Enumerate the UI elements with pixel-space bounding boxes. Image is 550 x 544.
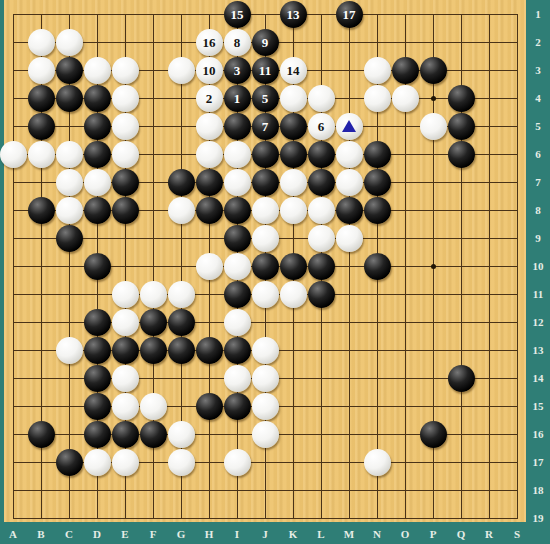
board-cell-F2[interactable] bbox=[139, 28, 167, 56]
board-cell-A8[interactable] bbox=[0, 196, 27, 224]
board-cell-M14[interactable] bbox=[335, 364, 363, 392]
board-cell-B1[interactable] bbox=[27, 0, 55, 28]
board-cell-B15[interactable] bbox=[27, 392, 55, 420]
board-cell-S11[interactable] bbox=[503, 280, 531, 308]
board-cell-G18[interactable] bbox=[167, 476, 195, 504]
board-cell-M12[interactable] bbox=[335, 308, 363, 336]
board-cell-G6[interactable] bbox=[167, 140, 195, 168]
board-cell-N8[interactable] bbox=[363, 196, 391, 224]
board-cell-O6[interactable] bbox=[391, 140, 419, 168]
board-cell-N6[interactable] bbox=[363, 140, 391, 168]
board-cell-I1[interactable]: 15 bbox=[223, 0, 251, 28]
board-cell-K3[interactable]: 14 bbox=[279, 56, 307, 84]
board-cell-A16[interactable] bbox=[0, 420, 27, 448]
board-cell-N12[interactable] bbox=[363, 308, 391, 336]
board-cell-H14[interactable] bbox=[195, 364, 223, 392]
board-cell-C4[interactable] bbox=[55, 84, 83, 112]
board-cell-I4[interactable]: 1 bbox=[223, 84, 251, 112]
board-cell-C7[interactable] bbox=[55, 168, 83, 196]
board-cell-O3[interactable] bbox=[391, 56, 419, 84]
board-cell-B13[interactable] bbox=[27, 336, 55, 364]
board-cell-L1[interactable] bbox=[307, 0, 335, 28]
board-cell-F18[interactable] bbox=[139, 476, 167, 504]
board-cell-G9[interactable] bbox=[167, 224, 195, 252]
board-cell-M4[interactable] bbox=[335, 84, 363, 112]
board-cell-H11[interactable] bbox=[195, 280, 223, 308]
board-cell-G8[interactable] bbox=[167, 196, 195, 224]
board-cell-A10[interactable] bbox=[0, 252, 27, 280]
board-cell-S13[interactable] bbox=[503, 336, 531, 364]
board-cell-R3[interactable] bbox=[475, 56, 503, 84]
board-cell-A15[interactable] bbox=[0, 392, 27, 420]
board-cell-J14[interactable] bbox=[251, 364, 279, 392]
board-cell-M13[interactable] bbox=[335, 336, 363, 364]
board-cell-G1[interactable] bbox=[167, 0, 195, 28]
board-cell-P2[interactable] bbox=[419, 28, 447, 56]
board-cell-I11[interactable] bbox=[223, 280, 251, 308]
board-cell-R11[interactable] bbox=[475, 280, 503, 308]
board-cell-A3[interactable] bbox=[0, 56, 27, 84]
board-cell-O2[interactable] bbox=[391, 28, 419, 56]
board-cell-C10[interactable] bbox=[55, 252, 83, 280]
board-cell-R7[interactable] bbox=[475, 168, 503, 196]
board-cell-F8[interactable] bbox=[139, 196, 167, 224]
board-cell-C13[interactable] bbox=[55, 336, 83, 364]
board-cell-N15[interactable] bbox=[363, 392, 391, 420]
board-cell-O1[interactable] bbox=[391, 0, 419, 28]
board-cell-S15[interactable] bbox=[503, 392, 531, 420]
board-cell-G15[interactable] bbox=[167, 392, 195, 420]
board-cell-P1[interactable] bbox=[419, 0, 447, 28]
board-cell-I6[interactable] bbox=[223, 140, 251, 168]
board-cell-S6[interactable] bbox=[503, 140, 531, 168]
board-cell-E3[interactable] bbox=[111, 56, 139, 84]
board-cell-D14[interactable] bbox=[83, 364, 111, 392]
board-cell-R14[interactable] bbox=[475, 364, 503, 392]
board-cell-Q8[interactable] bbox=[447, 196, 475, 224]
board-cell-J1[interactable] bbox=[251, 0, 279, 28]
board-cell-P9[interactable] bbox=[419, 224, 447, 252]
board-cell-K5[interactable] bbox=[279, 112, 307, 140]
board-cell-O13[interactable] bbox=[391, 336, 419, 364]
board-cell-O5[interactable] bbox=[391, 112, 419, 140]
board-cell-B17[interactable] bbox=[27, 448, 55, 476]
board-cell-E16[interactable] bbox=[111, 420, 139, 448]
board-cell-J2[interactable]: 9 bbox=[251, 28, 279, 56]
board-cell-H4[interactable]: 2 bbox=[195, 84, 223, 112]
board-cell-O11[interactable] bbox=[391, 280, 419, 308]
board-cell-K15[interactable] bbox=[279, 392, 307, 420]
board-cell-C12[interactable] bbox=[55, 308, 83, 336]
board-cell-S10[interactable] bbox=[503, 252, 531, 280]
board-cell-H7[interactable] bbox=[195, 168, 223, 196]
board-cell-B12[interactable] bbox=[27, 308, 55, 336]
board-cell-E13[interactable] bbox=[111, 336, 139, 364]
board-cell-I16[interactable] bbox=[223, 420, 251, 448]
board-cell-D12[interactable] bbox=[83, 308, 111, 336]
board-cell-D17[interactable] bbox=[83, 448, 111, 476]
board-cell-K4[interactable] bbox=[279, 84, 307, 112]
board-cell-I10[interactable] bbox=[223, 252, 251, 280]
board-cell-G4[interactable] bbox=[167, 84, 195, 112]
board-cell-N14[interactable] bbox=[363, 364, 391, 392]
board-cell-S7[interactable] bbox=[503, 168, 531, 196]
board-cell-P10[interactable] bbox=[419, 252, 447, 280]
board-cell-F11[interactable] bbox=[139, 280, 167, 308]
board-cell-Q7[interactable] bbox=[447, 168, 475, 196]
board-cell-R12[interactable] bbox=[475, 308, 503, 336]
board-cell-B11[interactable] bbox=[27, 280, 55, 308]
board-cell-M9[interactable] bbox=[335, 224, 363, 252]
board-cell-R10[interactable] bbox=[475, 252, 503, 280]
board-cell-L16[interactable] bbox=[307, 420, 335, 448]
board-cell-P14[interactable] bbox=[419, 364, 447, 392]
board-cell-J11[interactable] bbox=[251, 280, 279, 308]
board-cell-J4[interactable]: 5 bbox=[251, 84, 279, 112]
board-cell-P16[interactable] bbox=[419, 420, 447, 448]
board-cell-P12[interactable] bbox=[419, 308, 447, 336]
board-cell-G11[interactable] bbox=[167, 280, 195, 308]
board-cell-K2[interactable] bbox=[279, 28, 307, 56]
board-cell-M2[interactable] bbox=[335, 28, 363, 56]
board-cell-H2[interactable]: 16 bbox=[195, 28, 223, 56]
board-cell-C6[interactable] bbox=[55, 140, 83, 168]
board-cell-I18[interactable] bbox=[223, 476, 251, 504]
board-cell-L17[interactable] bbox=[307, 448, 335, 476]
board-cell-F5[interactable] bbox=[139, 112, 167, 140]
board-cell-M10[interactable] bbox=[335, 252, 363, 280]
board-cell-P11[interactable] bbox=[419, 280, 447, 308]
board-cell-O14[interactable] bbox=[391, 364, 419, 392]
board-cell-H5[interactable] bbox=[195, 112, 223, 140]
board-cell-N1[interactable] bbox=[363, 0, 391, 28]
board-cell-O16[interactable] bbox=[391, 420, 419, 448]
board-cell-M7[interactable] bbox=[335, 168, 363, 196]
board-cell-B5[interactable] bbox=[27, 112, 55, 140]
board-cell-I9[interactable] bbox=[223, 224, 251, 252]
board-cell-H6[interactable] bbox=[195, 140, 223, 168]
board-cell-E12[interactable] bbox=[111, 308, 139, 336]
board-cell-N13[interactable] bbox=[363, 336, 391, 364]
board-cell-K8[interactable] bbox=[279, 196, 307, 224]
board-cell-Q18[interactable] bbox=[447, 476, 475, 504]
board-cell-I17[interactable] bbox=[223, 448, 251, 476]
board-cell-R6[interactable] bbox=[475, 140, 503, 168]
board-cell-O18[interactable] bbox=[391, 476, 419, 504]
board-cell-C11[interactable] bbox=[55, 280, 83, 308]
board-cell-G3[interactable] bbox=[167, 56, 195, 84]
board-cell-Q2[interactable] bbox=[447, 28, 475, 56]
board-cell-H12[interactable] bbox=[195, 308, 223, 336]
board-cell-M3[interactable] bbox=[335, 56, 363, 84]
board-cell-G10[interactable] bbox=[167, 252, 195, 280]
board-cell-O12[interactable] bbox=[391, 308, 419, 336]
board-cell-C8[interactable] bbox=[55, 196, 83, 224]
board-cell-R16[interactable] bbox=[475, 420, 503, 448]
board-cell-S3[interactable] bbox=[503, 56, 531, 84]
board-cell-L15[interactable] bbox=[307, 392, 335, 420]
board-cell-R5[interactable] bbox=[475, 112, 503, 140]
board-cell-L4[interactable] bbox=[307, 84, 335, 112]
board-cell-K9[interactable] bbox=[279, 224, 307, 252]
board-cell-D13[interactable] bbox=[83, 336, 111, 364]
board-cell-N18[interactable] bbox=[363, 476, 391, 504]
board-cell-D15[interactable] bbox=[83, 392, 111, 420]
board-cell-J12[interactable] bbox=[251, 308, 279, 336]
board-cell-R2[interactable] bbox=[475, 28, 503, 56]
board-cell-Q16[interactable] bbox=[447, 420, 475, 448]
board-cell-N5[interactable] bbox=[363, 112, 391, 140]
board-cell-P18[interactable] bbox=[419, 476, 447, 504]
board-cell-Q1[interactable] bbox=[447, 0, 475, 28]
board-cell-I12[interactable] bbox=[223, 308, 251, 336]
board-cell-O8[interactable] bbox=[391, 196, 419, 224]
board-cell-M15[interactable] bbox=[335, 392, 363, 420]
board-cell-D9[interactable] bbox=[83, 224, 111, 252]
board-cell-C5[interactable] bbox=[55, 112, 83, 140]
board-cell-C2[interactable] bbox=[55, 28, 83, 56]
board-cell-F7[interactable] bbox=[139, 168, 167, 196]
board-cell-K10[interactable] bbox=[279, 252, 307, 280]
board-cell-D3[interactable] bbox=[83, 56, 111, 84]
board-cell-Q9[interactable] bbox=[447, 224, 475, 252]
board-cell-D8[interactable] bbox=[83, 196, 111, 224]
board-cell-E17[interactable] bbox=[111, 448, 139, 476]
board-cell-O4[interactable] bbox=[391, 84, 419, 112]
board-cell-E15[interactable] bbox=[111, 392, 139, 420]
board-cell-G13[interactable] bbox=[167, 336, 195, 364]
board-cell-B3[interactable] bbox=[27, 56, 55, 84]
board-cell-L7[interactable] bbox=[307, 168, 335, 196]
board-cell-M5[interactable] bbox=[335, 112, 363, 140]
board-cell-H8[interactable] bbox=[195, 196, 223, 224]
board-cell-P7[interactable] bbox=[419, 168, 447, 196]
board-cell-A12[interactable] bbox=[0, 308, 27, 336]
board-cell-S12[interactable] bbox=[503, 308, 531, 336]
board-cell-I7[interactable] bbox=[223, 168, 251, 196]
board-cell-R9[interactable] bbox=[475, 224, 503, 252]
board-cell-R18[interactable] bbox=[475, 476, 503, 504]
board-cell-O10[interactable] bbox=[391, 252, 419, 280]
board-cell-S4[interactable] bbox=[503, 84, 531, 112]
board-cell-J8[interactable] bbox=[251, 196, 279, 224]
board-cell-Q13[interactable] bbox=[447, 336, 475, 364]
board-cell-J18[interactable] bbox=[251, 476, 279, 504]
board-cell-L5[interactable]: 6 bbox=[307, 112, 335, 140]
board-cell-H16[interactable] bbox=[195, 420, 223, 448]
board-cell-C15[interactable] bbox=[55, 392, 83, 420]
board-cell-F1[interactable] bbox=[139, 0, 167, 28]
board-cell-K16[interactable] bbox=[279, 420, 307, 448]
board-cell-E14[interactable] bbox=[111, 364, 139, 392]
board-cell-D6[interactable] bbox=[83, 140, 111, 168]
board-cell-A14[interactable] bbox=[0, 364, 27, 392]
board-cell-D16[interactable] bbox=[83, 420, 111, 448]
board-cell-K14[interactable] bbox=[279, 364, 307, 392]
board-cell-S17[interactable] bbox=[503, 448, 531, 476]
board-cell-J5[interactable]: 7 bbox=[251, 112, 279, 140]
board-cell-S8[interactable] bbox=[503, 196, 531, 224]
board-cell-J16[interactable] bbox=[251, 420, 279, 448]
board-cell-Q11[interactable] bbox=[447, 280, 475, 308]
board-cell-J17[interactable] bbox=[251, 448, 279, 476]
board-cell-P5[interactable] bbox=[419, 112, 447, 140]
board-cell-H10[interactable] bbox=[195, 252, 223, 280]
board-cell-N17[interactable] bbox=[363, 448, 391, 476]
board-cell-N3[interactable] bbox=[363, 56, 391, 84]
board-cell-P6[interactable] bbox=[419, 140, 447, 168]
board-cell-B8[interactable] bbox=[27, 196, 55, 224]
board-cell-F13[interactable] bbox=[139, 336, 167, 364]
board-cell-Q12[interactable] bbox=[447, 308, 475, 336]
board-cell-J6[interactable] bbox=[251, 140, 279, 168]
board-cell-R13[interactable] bbox=[475, 336, 503, 364]
board-cell-G7[interactable] bbox=[167, 168, 195, 196]
board-cell-S1[interactable] bbox=[503, 0, 531, 28]
board-cell-C1[interactable] bbox=[55, 0, 83, 28]
board-cell-F14[interactable] bbox=[139, 364, 167, 392]
board-cell-S16[interactable] bbox=[503, 420, 531, 448]
board-cell-P8[interactable] bbox=[419, 196, 447, 224]
board-cell-Q17[interactable] bbox=[447, 448, 475, 476]
board-cell-D2[interactable] bbox=[83, 28, 111, 56]
board-cell-A1[interactable] bbox=[0, 0, 27, 28]
board-cell-H13[interactable] bbox=[195, 336, 223, 364]
board-cell-C14[interactable] bbox=[55, 364, 83, 392]
board-cell-D10[interactable] bbox=[83, 252, 111, 280]
board-cell-S14[interactable] bbox=[503, 364, 531, 392]
board-cell-G2[interactable] bbox=[167, 28, 195, 56]
board-cell-L13[interactable] bbox=[307, 336, 335, 364]
board-cell-K6[interactable] bbox=[279, 140, 307, 168]
board-cell-A5[interactable] bbox=[0, 112, 27, 140]
board-cell-H17[interactable] bbox=[195, 448, 223, 476]
board-cell-C3[interactable] bbox=[55, 56, 83, 84]
board-cell-Q10[interactable] bbox=[447, 252, 475, 280]
board-cell-Q4[interactable] bbox=[447, 84, 475, 112]
board-cell-H9[interactable] bbox=[195, 224, 223, 252]
board-cell-I13[interactable] bbox=[223, 336, 251, 364]
board-cell-Q6[interactable] bbox=[447, 140, 475, 168]
board-cell-A6[interactable] bbox=[0, 140, 27, 168]
board-cell-I14[interactable] bbox=[223, 364, 251, 392]
board-cell-E6[interactable] bbox=[111, 140, 139, 168]
board-cell-M18[interactable] bbox=[335, 476, 363, 504]
board-cell-P17[interactable] bbox=[419, 448, 447, 476]
board-cell-B18[interactable] bbox=[27, 476, 55, 504]
board-cell-M17[interactable] bbox=[335, 448, 363, 476]
board-cell-F17[interactable] bbox=[139, 448, 167, 476]
board-cell-E5[interactable] bbox=[111, 112, 139, 140]
board-cell-M8[interactable] bbox=[335, 196, 363, 224]
board-cell-D5[interactable] bbox=[83, 112, 111, 140]
board-cell-E9[interactable] bbox=[111, 224, 139, 252]
board-cell-D11[interactable] bbox=[83, 280, 111, 308]
board-cell-C9[interactable] bbox=[55, 224, 83, 252]
board-cell-M6[interactable] bbox=[335, 140, 363, 168]
board-cell-Q15[interactable] bbox=[447, 392, 475, 420]
board-cell-F16[interactable] bbox=[139, 420, 167, 448]
board-cell-N10[interactable] bbox=[363, 252, 391, 280]
board-cell-K7[interactable] bbox=[279, 168, 307, 196]
board-cell-I3[interactable]: 3 bbox=[223, 56, 251, 84]
board-cell-D1[interactable] bbox=[83, 0, 111, 28]
board-cell-L14[interactable] bbox=[307, 364, 335, 392]
board-cell-B4[interactable] bbox=[27, 84, 55, 112]
board-cell-B7[interactable] bbox=[27, 168, 55, 196]
board-cell-D18[interactable] bbox=[83, 476, 111, 504]
board-cell-I5[interactable] bbox=[223, 112, 251, 140]
board-cell-K1[interactable]: 13 bbox=[279, 0, 307, 28]
board-cell-S9[interactable] bbox=[503, 224, 531, 252]
board-cell-G5[interactable] bbox=[167, 112, 195, 140]
board-cell-N2[interactable] bbox=[363, 28, 391, 56]
board-cell-Q14[interactable] bbox=[447, 364, 475, 392]
board-cell-H18[interactable] bbox=[195, 476, 223, 504]
board-cell-L10[interactable] bbox=[307, 252, 335, 280]
board-cell-O17[interactable] bbox=[391, 448, 419, 476]
board-cell-L12[interactable] bbox=[307, 308, 335, 336]
board-cell-M1[interactable]: 17 bbox=[335, 0, 363, 28]
board-cell-P13[interactable] bbox=[419, 336, 447, 364]
board-cell-B16[interactable] bbox=[27, 420, 55, 448]
board-cell-I15[interactable] bbox=[223, 392, 251, 420]
board-cell-L2[interactable] bbox=[307, 28, 335, 56]
board-cell-O7[interactable] bbox=[391, 168, 419, 196]
board-cell-L6[interactable] bbox=[307, 140, 335, 168]
board-cell-N9[interactable] bbox=[363, 224, 391, 252]
board-cell-I2[interactable]: 8 bbox=[223, 28, 251, 56]
board-cell-M11[interactable] bbox=[335, 280, 363, 308]
board-cell-E8[interactable] bbox=[111, 196, 139, 224]
board-cell-C16[interactable] bbox=[55, 420, 83, 448]
board-cell-N11[interactable] bbox=[363, 280, 391, 308]
board-cell-L8[interactable] bbox=[307, 196, 335, 224]
board-cell-G12[interactable] bbox=[167, 308, 195, 336]
board-cell-I8[interactable] bbox=[223, 196, 251, 224]
board-cell-F9[interactable] bbox=[139, 224, 167, 252]
board-cell-E10[interactable] bbox=[111, 252, 139, 280]
board-cell-H1[interactable] bbox=[195, 0, 223, 28]
board-cell-D4[interactable] bbox=[83, 84, 111, 112]
board-cell-N4[interactable] bbox=[363, 84, 391, 112]
board-cell-K18[interactable] bbox=[279, 476, 307, 504]
board-cell-L18[interactable] bbox=[307, 476, 335, 504]
board-cell-A18[interactable] bbox=[0, 476, 27, 504]
board-cell-O15[interactable] bbox=[391, 392, 419, 420]
board-cell-C17[interactable] bbox=[55, 448, 83, 476]
board-cell-J9[interactable] bbox=[251, 224, 279, 252]
board-cell-G14[interactable] bbox=[167, 364, 195, 392]
board-cell-P3[interactable] bbox=[419, 56, 447, 84]
board-cell-P15[interactable] bbox=[419, 392, 447, 420]
board-cell-L3[interactable] bbox=[307, 56, 335, 84]
board-cell-K13[interactable] bbox=[279, 336, 307, 364]
board-cell-R1[interactable] bbox=[475, 0, 503, 28]
board-cell-J10[interactable] bbox=[251, 252, 279, 280]
board-cell-S5[interactable] bbox=[503, 112, 531, 140]
board-cell-E11[interactable] bbox=[111, 280, 139, 308]
board-cell-J13[interactable] bbox=[251, 336, 279, 364]
board-cell-F3[interactable] bbox=[139, 56, 167, 84]
board-cell-J3[interactable]: 11 bbox=[251, 56, 279, 84]
board-cell-R8[interactable] bbox=[475, 196, 503, 224]
board-cell-E2[interactable] bbox=[111, 28, 139, 56]
board-cell-R4[interactable] bbox=[475, 84, 503, 112]
board-cell-N7[interactable] bbox=[363, 168, 391, 196]
board-cell-F4[interactable] bbox=[139, 84, 167, 112]
board-cell-A13[interactable] bbox=[0, 336, 27, 364]
